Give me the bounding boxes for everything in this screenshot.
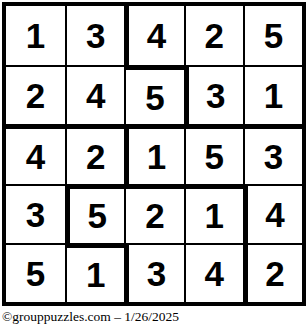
cell-digit: 4 <box>26 139 45 174</box>
cell-digit: 3 <box>86 18 105 53</box>
cell-digit: 2 <box>204 18 223 53</box>
cell-digit: 3 <box>206 78 225 113</box>
cell-r3c4: 5 <box>184 124 243 183</box>
cell-r2c4: 3 <box>184 65 243 124</box>
cell-r5c5: 2 <box>243 243 302 302</box>
cell-r3c1: 4 <box>6 124 65 183</box>
cell-digit: 3 <box>26 197 45 232</box>
cell-r4c3: 2 <box>124 184 183 243</box>
puzzle-page: 1342524531421533521451342 ©grouppuzzles.… <box>0 0 308 329</box>
sudoku-board: 1342524531421533521451342 <box>2 2 306 306</box>
cell-digit: 1 <box>26 18 45 53</box>
cell-r1c5: 5 <box>243 6 302 65</box>
cell-r5c3: 3 <box>124 243 183 302</box>
cell-digit: 2 <box>265 256 284 291</box>
cell-r3c3: 1 <box>124 124 183 183</box>
cell-digit: 4 <box>204 256 223 291</box>
cell-r5c1: 5 <box>6 243 65 302</box>
cell-digit: 3 <box>147 256 166 291</box>
cell-digit: 1 <box>147 139 166 174</box>
cell-r2c5: 1 <box>243 65 302 124</box>
cell-digit: 5 <box>26 256 45 291</box>
cell-digit: 5 <box>204 139 223 174</box>
cell-digit: 5 <box>145 80 164 115</box>
cell-r1c2: 3 <box>65 6 124 65</box>
cell-digit: 5 <box>264 18 283 53</box>
cell-r3c5: 3 <box>243 124 302 183</box>
cell-digit: 3 <box>264 139 283 174</box>
cell-r2c1: 2 <box>6 65 65 124</box>
cell-digit: 4 <box>86 78 105 113</box>
cell-r2c3: 5 <box>124 65 183 124</box>
cell-r4c1: 3 <box>6 184 65 243</box>
cell-r3c2: 2 <box>65 124 124 183</box>
cell-r2c2: 4 <box>65 65 124 124</box>
cell-digit: 1 <box>86 257 105 292</box>
copyright-caption: ©grouppuzzles.com – 1/26/2025 <box>2 309 179 325</box>
cell-r5c4: 4 <box>184 243 243 302</box>
cell-r5c2: 1 <box>65 243 124 302</box>
cell-r1c3: 4 <box>124 6 183 65</box>
cell-r4c2: 5 <box>65 184 124 243</box>
cell-digit: 2 <box>26 78 45 113</box>
cell-digit: 5 <box>88 198 107 233</box>
cell-digit: 4 <box>147 18 166 53</box>
cell-digit: 1 <box>204 198 223 233</box>
cell-digit: 2 <box>145 198 164 233</box>
cell-r1c1: 1 <box>6 6 65 65</box>
cell-r4c5: 4 <box>243 184 302 243</box>
cell-r4c4: 1 <box>184 184 243 243</box>
cell-r1c4: 2 <box>184 6 243 65</box>
cell-digit: 1 <box>264 78 283 113</box>
cell-digit: 2 <box>86 139 105 174</box>
cell-digit: 4 <box>265 197 284 232</box>
